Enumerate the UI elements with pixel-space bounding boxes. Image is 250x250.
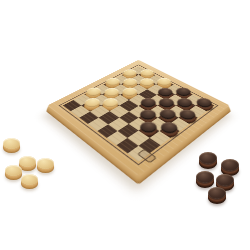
- offboard-dark-checker-glyph: ⛂: [199, 161, 204, 167]
- dark-checker-glyph: ⛂: [199, 96, 206, 100]
- dark-checker-glyph: ⛂: [161, 86, 168, 90]
- offboard-light-checker[interactable]: ⛀: [19, 156, 36, 167]
- offboard-dark-checker[interactable]: ⛂: [216, 174, 234, 186]
- dark-checker-glyph: ⛂: [162, 96, 170, 100]
- light-checker-glyph: ⛀: [88, 96, 96, 100]
- offboard-dark-checker[interactable]: ⛂: [199, 152, 217, 164]
- light-checker-glyph: ⛀: [160, 77, 167, 81]
- light-checker-glyph: ⛀: [143, 68, 150, 72]
- offboard-light-checker[interactable]: ⛀: [37, 158, 54, 169]
- dark-checker-glyph: ⛂: [163, 108, 171, 113]
- light-checker-glyph: ⛀: [107, 96, 115, 100]
- light-checker-glyph: ⛀: [90, 86, 97, 90]
- light-checker-glyph: ⛀: [126, 86, 133, 90]
- board-grid: ⛀⛀⛂⛂⛀⛀⛂⛂⛀⛂⛂⛀⛀⛂⛂⛀⛂⛂⛀⛀⛂⛀: [63, 66, 214, 161]
- offboard-light-checker[interactable]: ⛀: [5, 165, 22, 176]
- light-checker-glyph: ⛀: [109, 77, 116, 81]
- product-photo-scene: ⛀⛀⛂⛂⛀⛀⛂⛂⛀⛂⛂⛀⛀⛂⛂⛀⛂⛂⛀⛀⛂⛀ ⛀⛀⛀⛀⛀⛂⛂⛂⛂⛂: [0, 0, 250, 250]
- light-checker-glyph: ⛀: [126, 77, 133, 81]
- light-checker-glyph: ⛀: [108, 86, 115, 90]
- dark-checker-glyph: ⛂: [164, 120, 172, 125]
- brand-stamp-icon: [137, 149, 157, 164]
- dark-checker-glyph: ⛂: [179, 86, 186, 90]
- dark-checker-glyph: ⛂: [144, 120, 152, 125]
- offboard-dark-checker[interactable]: ⛂: [221, 159, 239, 171]
- offboard-dark-checker[interactable]: ⛂: [208, 187, 226, 199]
- offboard-dark-checker[interactable]: ⛂: [196, 171, 214, 183]
- dark-checker-glyph: ⛂: [180, 96, 188, 100]
- dark-checker-glyph: ⛂: [182, 108, 190, 113]
- offboard-light-checker[interactable]: ⛀: [21, 174, 38, 185]
- offboard-dark-checker-glyph: ⛂: [208, 196, 213, 202]
- light-checker-glyph: ⛀: [127, 68, 134, 72]
- offboard-light-checker[interactable]: ⛀: [3, 138, 20, 149]
- dark-checker-glyph: ⛂: [144, 108, 152, 113]
- offboard-dark-checker-glyph: ⛂: [196, 180, 201, 186]
- offboard-light-checker-glyph: ⛀: [3, 147, 8, 153]
- light-checker-glyph: ⛀: [143, 77, 150, 81]
- offboard-light-checker-glyph: ⛀: [21, 183, 26, 189]
- offboard-light-checker-glyph: ⛀: [37, 167, 42, 173]
- offboard-light-checker-glyph: ⛀: [5, 174, 10, 180]
- dark-checker-glyph: ⛂: [144, 96, 152, 100]
